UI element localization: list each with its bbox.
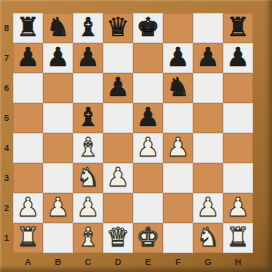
square-c2[interactable]: ♟ [73,193,103,223]
square-e6[interactable] [133,73,163,103]
piece-white-pawn[interactable]: ♟ [196,194,219,220]
file-label-e: E [133,253,163,272]
piece-white-rook[interactable]: ♜ [226,224,249,250]
file-label-f: F [163,253,193,272]
piece-black-pawn[interactable]: ♟ [76,44,99,70]
square-e3[interactable] [133,163,163,193]
square-f4[interactable]: ♟ [163,133,193,163]
square-f8[interactable] [163,13,193,43]
piece-white-pawn[interactable]: ♟ [226,194,249,220]
piece-black-pawn[interactable]: ♟ [196,44,219,70]
square-e5[interactable]: ♟ [133,103,163,133]
piece-white-pawn[interactable]: ♟ [136,134,159,160]
piece-white-pawn[interactable]: ♟ [76,194,99,220]
chess-board-frame: 8 7 6 5 4 3 2 1 ♜♞♝♛♚♜♟♟♟♟♟♟♟♞♝♟♝♟♟♞♟♟♟♟… [0,0,272,272]
rank-label-5: 5 [0,103,13,133]
square-g5[interactable] [193,103,223,133]
square-e4[interactable]: ♟ [133,133,163,163]
rank-label-2: 2 [0,193,13,223]
piece-black-pawn[interactable]: ♟ [16,44,39,70]
square-c7[interactable]: ♟ [73,43,103,73]
square-e2[interactable] [133,193,163,223]
square-d8[interactable]: ♛ [103,13,133,43]
square-h4[interactable] [223,133,253,163]
square-h8[interactable]: ♜ [223,13,253,43]
square-h5[interactable] [223,103,253,133]
square-b5[interactable] [43,103,73,133]
piece-black-pawn[interactable]: ♟ [166,44,189,70]
square-g8[interactable] [193,13,223,43]
square-c5[interactable]: ♝ [73,103,103,133]
piece-black-king[interactable]: ♚ [136,14,159,40]
square-e8[interactable]: ♚ [133,13,163,43]
square-a7[interactable]: ♟ [13,43,43,73]
square-b8[interactable]: ♞ [43,13,73,43]
piece-white-bishop[interactable]: ♝ [76,134,99,160]
square-a4[interactable] [13,133,43,163]
square-a2[interactable]: ♟ [13,193,43,223]
piece-white-queen[interactable]: ♛ [106,224,129,250]
square-a6[interactable] [13,73,43,103]
rank-label-3: 3 [0,163,13,193]
piece-black-pawn[interactable]: ♟ [136,104,159,130]
rank-labels: 8 7 6 5 4 3 2 1 [0,13,13,253]
square-g2[interactable]: ♟ [193,193,223,223]
square-b4[interactable] [43,133,73,163]
square-f7[interactable]: ♟ [163,43,193,73]
piece-white-pawn[interactable]: ♟ [16,194,39,220]
square-a8[interactable]: ♜ [13,13,43,43]
rank-label-4: 4 [0,133,13,163]
piece-black-bishop[interactable]: ♝ [76,104,99,130]
piece-white-rook[interactable]: ♜ [16,224,39,250]
piece-white-bishop[interactable]: ♝ [76,224,99,250]
square-b7[interactable]: ♟ [43,43,73,73]
square-a5[interactable] [13,103,43,133]
piece-white-pawn[interactable]: ♟ [106,164,129,190]
square-d3[interactable]: ♟ [103,163,133,193]
square-h7[interactable]: ♟ [223,43,253,73]
file-label-a: A [13,253,43,272]
square-f1[interactable] [163,223,193,253]
square-h6[interactable] [223,73,253,103]
square-d5[interactable] [103,103,133,133]
rank-label-7: 7 [0,43,13,73]
square-c8[interactable]: ♝ [73,13,103,43]
file-label-b: B [43,253,73,272]
piece-white-king[interactable]: ♚ [136,224,159,250]
square-b6[interactable] [43,73,73,103]
file-label-h: H [223,253,253,272]
file-label-c: C [73,253,103,272]
square-e1[interactable]: ♚ [133,223,163,253]
square-c1[interactable]: ♝ [73,223,103,253]
square-g6[interactable] [193,73,223,103]
square-a1[interactable]: ♜ [13,223,43,253]
square-c6[interactable] [73,73,103,103]
square-b1[interactable] [43,223,73,253]
rank-label-8: 8 [0,13,13,43]
square-h3[interactable] [223,163,253,193]
file-label-d: D [103,253,133,272]
square-a3[interactable] [13,163,43,193]
square-d4[interactable] [103,133,133,163]
square-c3[interactable]: ♞ [73,163,103,193]
square-b2[interactable]: ♟ [43,193,73,223]
square-c4[interactable]: ♝ [73,133,103,163]
piece-white-knight[interactable]: ♞ [76,164,99,190]
piece-black-rook[interactable]: ♜ [16,14,39,40]
square-g4[interactable] [193,133,223,163]
piece-black-pawn[interactable]: ♟ [106,74,129,100]
piece-black-knight[interactable]: ♞ [46,14,69,40]
rank-label-1: 1 [0,223,13,253]
square-g7[interactable]: ♟ [193,43,223,73]
square-d2[interactable] [103,193,133,223]
piece-black-rook[interactable]: ♜ [226,14,249,40]
piece-white-pawn[interactable]: ♟ [46,194,69,220]
square-h2[interactable]: ♟ [223,193,253,223]
square-f5[interactable] [163,103,193,133]
piece-black-bishop[interactable]: ♝ [76,14,99,40]
piece-black-pawn[interactable]: ♟ [226,44,249,70]
piece-black-queen[interactable]: ♛ [106,14,129,40]
piece-white-pawn[interactable]: ♟ [166,134,189,160]
square-e7[interactable] [133,43,163,73]
piece-white-knight[interactable]: ♞ [196,224,219,250]
square-d7[interactable] [103,43,133,73]
square-d1[interactable]: ♛ [103,223,133,253]
piece-black-pawn[interactable]: ♟ [46,44,69,70]
square-g1[interactable]: ♞ [193,223,223,253]
square-g3[interactable] [193,163,223,193]
piece-black-knight[interactable]: ♞ [166,74,189,100]
chess-board[interactable]: ♜♞♝♛♚♜♟♟♟♟♟♟♟♞♝♟♝♟♟♞♟♟♟♟♟♟♜♝♛♚♞♜ [13,13,253,253]
square-f6[interactable]: ♞ [163,73,193,103]
rank-label-6: 6 [0,73,13,103]
file-labels: A B C D E F G H [13,253,253,272]
square-b3[interactable] [43,163,73,193]
square-f2[interactable] [163,193,193,223]
square-f3[interactable] [163,163,193,193]
square-d6[interactable]: ♟ [103,73,133,103]
file-label-g: G [193,253,223,272]
square-h1[interactable]: ♜ [223,223,253,253]
